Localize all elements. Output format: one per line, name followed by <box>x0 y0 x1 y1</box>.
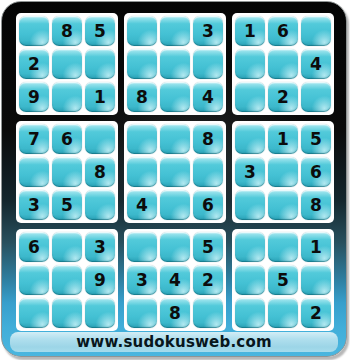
cell-r7c9[interactable]: 1 <box>301 232 331 262</box>
cell-r1c4[interactable] <box>127 16 157 46</box>
box-4: 76835 <box>16 121 118 223</box>
cell-r4c5[interactable] <box>160 124 190 154</box>
cell-r2c8[interactable] <box>268 49 298 79</box>
cell-r7c3[interactable]: 3 <box>85 232 115 262</box>
cell-r6c9[interactable]: 8 <box>301 190 331 220</box>
box-2: 384 <box>124 13 226 115</box>
cell-r8c3[interactable]: 9 <box>85 265 115 295</box>
cell-r5c4[interactable] <box>127 157 157 187</box>
cell-r9c8[interactable] <box>268 298 298 328</box>
cell-r7c1[interactable]: 6 <box>19 232 49 262</box>
cell-r4c3[interactable] <box>85 124 115 154</box>
cell-r5c2[interactable] <box>52 157 82 187</box>
cell-r7c7[interactable] <box>235 232 265 262</box>
cell-r8c6[interactable]: 2 <box>193 265 223 295</box>
cell-r9c7[interactable] <box>235 298 265 328</box>
cell-r4c4[interactable] <box>127 124 157 154</box>
cell-r9c6[interactable] <box>193 298 223 328</box>
cell-r2c3[interactable] <box>85 49 115 79</box>
cell-r7c5[interactable] <box>160 232 190 262</box>
cell-r7c2[interactable] <box>52 232 82 262</box>
cell-r7c4[interactable] <box>127 232 157 262</box>
cell-r7c6[interactable]: 5 <box>193 232 223 262</box>
cell-r1c1[interactable] <box>19 16 49 46</box>
cell-r4c8[interactable]: 1 <box>268 124 298 154</box>
cell-r2c4[interactable] <box>127 49 157 79</box>
cell-r3c9[interactable] <box>301 82 331 112</box>
cell-r9c4[interactable] <box>127 298 157 328</box>
cell-r3c1[interactable]: 9 <box>19 82 49 112</box>
cell-r4c1[interactable]: 7 <box>19 124 49 154</box>
cell-r2c7[interactable] <box>235 49 265 79</box>
cell-r8c4[interactable]: 3 <box>127 265 157 295</box>
cell-r3c8[interactable]: 2 <box>268 82 298 112</box>
cell-r1c2[interactable]: 8 <box>52 16 82 46</box>
box-3: 1642 <box>232 13 334 115</box>
cell-r1c5[interactable] <box>160 16 190 46</box>
box-9: 152 <box>232 229 334 331</box>
cell-r6c5[interactable] <box>160 190 190 220</box>
cell-r2c5[interactable] <box>160 49 190 79</box>
cell-r1c8[interactable]: 6 <box>268 16 298 46</box>
cell-r2c1[interactable]: 2 <box>19 49 49 79</box>
cell-r4c7[interactable] <box>235 124 265 154</box>
cell-r9c5[interactable]: 8 <box>160 298 190 328</box>
cell-r8c7[interactable] <box>235 265 265 295</box>
cell-r4c6[interactable]: 8 <box>193 124 223 154</box>
cell-r6c8[interactable] <box>268 190 298 220</box>
cell-r2c9[interactable]: 4 <box>301 49 331 79</box>
cell-r7c8[interactable] <box>268 232 298 262</box>
cell-r3c6[interactable]: 4 <box>193 82 223 112</box>
cell-r6c1[interactable]: 3 <box>19 190 49 220</box>
cell-r3c2[interactable] <box>52 82 82 112</box>
cell-r5c9[interactable]: 6 <box>301 157 331 187</box>
site-link[interactable]: www.sudokusweb.com <box>10 332 338 352</box>
cell-r8c5[interactable]: 4 <box>160 265 190 295</box>
cell-r8c2[interactable] <box>52 265 82 295</box>
cell-r8c9[interactable] <box>301 265 331 295</box>
cell-r5c6[interactable] <box>193 157 223 187</box>
cell-r1c6[interactable]: 3 <box>193 16 223 46</box>
cell-r6c6[interactable]: 6 <box>193 190 223 220</box>
cell-r3c7[interactable] <box>235 82 265 112</box>
cell-r9c3[interactable] <box>85 298 115 328</box>
cell-r1c7[interactable]: 1 <box>235 16 265 46</box>
cell-r5c8[interactable] <box>268 157 298 187</box>
cell-r2c6[interactable] <box>193 49 223 79</box>
cell-r6c7[interactable] <box>235 190 265 220</box>
box-6: 15368 <box>232 121 334 223</box>
box-7: 639 <box>16 229 118 331</box>
cell-r3c5[interactable] <box>160 82 190 112</box>
cell-r9c9[interactable]: 2 <box>301 298 331 328</box>
cell-r4c9[interactable]: 5 <box>301 124 331 154</box>
cell-r8c8[interactable]: 5 <box>268 265 298 295</box>
cell-r2c2[interactable] <box>52 49 82 79</box>
box-1: 85291 <box>16 13 118 115</box>
cell-r8c1[interactable] <box>19 265 49 295</box>
cell-r5c7[interactable]: 3 <box>235 157 265 187</box>
box-8: 53428 <box>124 229 226 331</box>
cell-r5c1[interactable] <box>19 157 49 187</box>
cell-r6c2[interactable]: 5 <box>52 190 82 220</box>
cell-r6c4[interactable]: 4 <box>127 190 157 220</box>
cell-r3c3[interactable]: 1 <box>85 82 115 112</box>
cell-r9c2[interactable] <box>52 298 82 328</box>
cell-r1c9[interactable] <box>301 16 331 46</box>
cell-r1c3[interactable]: 5 <box>85 16 115 46</box>
cell-r6c3[interactable] <box>85 190 115 220</box>
cell-r3c4[interactable]: 8 <box>127 82 157 112</box>
sudoku-grid: 852913841642768358461536863953428152 <box>16 13 334 331</box>
box-5: 846 <box>124 121 226 223</box>
cell-r5c5[interactable] <box>160 157 190 187</box>
cell-r5c3[interactable]: 8 <box>85 157 115 187</box>
cell-r9c1[interactable] <box>19 298 49 328</box>
sudoku-board: 852913841642768358461536863953428152 www… <box>1 1 347 357</box>
cell-r4c2[interactable]: 6 <box>52 124 82 154</box>
